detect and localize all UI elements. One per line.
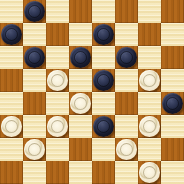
square-r5c4[interactable]	[92, 115, 115, 138]
black-piece[interactable]	[70, 47, 91, 68]
square-r6c6	[138, 138, 161, 161]
square-r5c0[interactable]	[0, 115, 23, 138]
square-r5c1	[23, 115, 46, 138]
square-r5c2[interactable]	[46, 115, 69, 138]
square-r1c1	[23, 23, 46, 46]
black-piece[interactable]	[116, 47, 137, 68]
square-r4c1[interactable]	[23, 92, 46, 115]
square-r6c5[interactable]	[115, 138, 138, 161]
square-r5c5	[115, 115, 138, 138]
square-r5c7	[161, 115, 184, 138]
square-r4c3[interactable]	[69, 92, 92, 115]
square-r2c4	[92, 46, 115, 69]
square-r3c2[interactable]	[46, 69, 69, 92]
square-r2c3[interactable]	[69, 46, 92, 69]
white-piece[interactable]	[139, 116, 160, 137]
white-piece[interactable]	[47, 70, 68, 91]
square-r0c2	[46, 0, 69, 23]
square-r0c1[interactable]	[23, 0, 46, 23]
square-r2c1[interactable]	[23, 46, 46, 69]
square-r0c7[interactable]	[161, 0, 184, 23]
white-piece[interactable]	[139, 70, 160, 91]
square-r2c0	[0, 46, 23, 69]
square-r6c7[interactable]	[161, 138, 184, 161]
square-r6c2	[46, 138, 69, 161]
square-r2c5[interactable]	[115, 46, 138, 69]
white-piece[interactable]	[1, 116, 22, 137]
square-r4c6	[138, 92, 161, 115]
square-r0c5[interactable]	[115, 0, 138, 23]
board	[0, 0, 184, 184]
black-piece[interactable]	[24, 1, 45, 22]
square-r6c4	[92, 138, 115, 161]
square-r7c7	[161, 161, 184, 184]
square-r5c6[interactable]	[138, 115, 161, 138]
square-r1c6[interactable]	[138, 23, 161, 46]
square-r0c6	[138, 0, 161, 23]
square-r1c7	[161, 23, 184, 46]
black-piece[interactable]	[162, 93, 183, 114]
black-piece[interactable]	[93, 24, 114, 45]
white-piece[interactable]	[70, 93, 91, 114]
square-r4c4	[92, 92, 115, 115]
black-piece[interactable]	[93, 116, 114, 137]
square-r2c6	[138, 46, 161, 69]
white-piece[interactable]	[116, 139, 137, 160]
white-piece[interactable]	[24, 139, 45, 160]
square-r2c7[interactable]	[161, 46, 184, 69]
square-r0c4	[92, 0, 115, 23]
square-r3c5	[115, 69, 138, 92]
square-r6c1[interactable]	[23, 138, 46, 161]
black-piece[interactable]	[1, 24, 22, 45]
square-r0c0	[0, 0, 23, 23]
square-r3c1	[23, 69, 46, 92]
square-r6c3[interactable]	[69, 138, 92, 161]
square-r6c0	[0, 138, 23, 161]
black-piece[interactable]	[93, 70, 114, 91]
square-r3c7	[161, 69, 184, 92]
square-r1c4[interactable]	[92, 23, 115, 46]
square-r1c2[interactable]	[46, 23, 69, 46]
square-r7c5	[115, 161, 138, 184]
square-r4c0	[0, 92, 23, 115]
square-r5c3	[69, 115, 92, 138]
white-piece[interactable]	[139, 162, 160, 183]
square-r7c3	[69, 161, 92, 184]
white-piece[interactable]	[47, 116, 68, 137]
square-r2c2	[46, 46, 69, 69]
square-r4c7[interactable]	[161, 92, 184, 115]
square-r1c0[interactable]	[0, 23, 23, 46]
square-r3c4[interactable]	[92, 69, 115, 92]
square-r7c1	[23, 161, 46, 184]
square-r7c0[interactable]	[0, 161, 23, 184]
square-r3c0[interactable]	[0, 69, 23, 92]
square-r4c2	[46, 92, 69, 115]
square-r7c4[interactable]	[92, 161, 115, 184]
square-r1c3	[69, 23, 92, 46]
square-r0c3[interactable]	[69, 0, 92, 23]
black-piece[interactable]	[24, 47, 45, 68]
square-r7c6[interactable]	[138, 161, 161, 184]
square-r7c2[interactable]	[46, 161, 69, 184]
square-r4c5[interactable]	[115, 92, 138, 115]
square-r1c5	[115, 23, 138, 46]
square-r3c6[interactable]	[138, 69, 161, 92]
square-r3c3	[69, 69, 92, 92]
